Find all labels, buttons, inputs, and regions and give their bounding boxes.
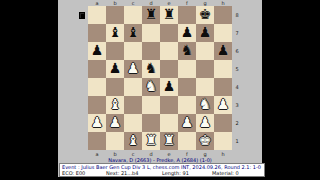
piece-white-knight-g3: ♞ xyxy=(196,96,214,114)
square-d7[interactable] xyxy=(142,24,160,42)
rank-label-6: 6 xyxy=(234,42,240,60)
eco-field: ECO: E00 xyxy=(62,170,106,176)
square-b5[interactable]: ♟ xyxy=(106,60,124,78)
square-e1[interactable]: ♜ xyxy=(160,132,178,150)
square-h5[interactable] xyxy=(214,60,232,78)
square-e3[interactable] xyxy=(160,96,178,114)
square-h3[interactable]: ♟ xyxy=(214,96,232,114)
piece-white-pawn-h3: ♟ xyxy=(214,96,232,114)
square-a6[interactable]: ♟ xyxy=(88,42,106,60)
piece-black-knight-f6: ♞ xyxy=(178,42,196,60)
piece-white-pawn-a2: ♟ xyxy=(88,114,106,132)
square-h8[interactable] xyxy=(214,6,232,24)
square-e2[interactable] xyxy=(160,114,178,132)
square-d4[interactable]: ♞ xyxy=(142,78,160,96)
square-c3[interactable] xyxy=(124,96,142,114)
square-b1[interactable] xyxy=(106,132,124,150)
square-f8[interactable] xyxy=(178,6,196,24)
square-g7[interactable]: ♟ xyxy=(196,24,214,42)
chess-board: ♜♜♚♝♝♟♟♟♞♟♟♟♞♞♟♝♞♟♟♟♟♟♝♜♜♚ xyxy=(88,6,232,150)
square-f4[interactable] xyxy=(178,78,196,96)
piece-black-pawn-g7: ♟ xyxy=(196,24,214,42)
square-a1[interactable] xyxy=(88,132,106,150)
square-g5[interactable] xyxy=(196,60,214,78)
piece-black-pawn-e4: ♟ xyxy=(160,78,178,96)
square-d3[interactable] xyxy=(142,96,160,114)
square-d6[interactable] xyxy=(142,42,160,60)
square-c6[interactable] xyxy=(124,42,142,60)
piece-white-rook-d1: ♜ xyxy=(142,132,160,150)
rank-label-7: 7 xyxy=(234,24,240,42)
square-e7[interactable] xyxy=(160,24,178,42)
square-e8[interactable]: ♜ xyxy=(160,6,178,24)
square-b8[interactable] xyxy=(106,6,124,24)
square-g2[interactable]: ♟ xyxy=(196,114,214,132)
square-c4[interactable] xyxy=(124,78,142,96)
piece-white-bishop-c1: ♝ xyxy=(124,132,142,150)
piece-white-rook-e1: ♜ xyxy=(160,132,178,150)
rank-label-3: 3 xyxy=(234,96,240,114)
square-b4[interactable] xyxy=(106,78,124,96)
square-c1[interactable]: ♝ xyxy=(124,132,142,150)
square-e5[interactable] xyxy=(160,60,178,78)
square-h7[interactable] xyxy=(214,24,232,42)
video-frame: abcdefgh ♜♜♚♝♝♟♟♟♞♟♟♟♞♞♟♝♞♟♟♟♟♟♝♜♜♚ 8765… xyxy=(0,0,320,180)
piece-black-rook-d8: ♜ xyxy=(142,6,160,24)
square-b3[interactable]: ♝ xyxy=(106,96,124,114)
square-g3[interactable]: ♞ xyxy=(196,96,214,114)
piece-white-bishop-b3: ♝ xyxy=(106,96,124,114)
square-c8[interactable] xyxy=(124,6,142,24)
square-d8[interactable]: ♜ xyxy=(142,6,160,24)
piece-black-rook-e8: ♜ xyxy=(160,6,178,24)
rank-label-2: 2 xyxy=(234,114,240,132)
square-g6[interactable] xyxy=(196,42,214,60)
piece-black-pawn-a6: ♟ xyxy=(88,42,106,60)
square-h4[interactable] xyxy=(214,78,232,96)
square-c5[interactable]: ♟ xyxy=(124,60,142,78)
piece-black-pawn-h6: ♟ xyxy=(214,42,232,60)
square-c2[interactable] xyxy=(124,114,142,132)
rank-labels-right: 87654321 xyxy=(234,6,240,150)
square-h6[interactable]: ♟ xyxy=(214,42,232,60)
square-h1[interactable] xyxy=(214,132,232,150)
square-d2[interactable] xyxy=(142,114,160,132)
square-f5[interactable] xyxy=(178,60,196,78)
square-c7[interactable]: ♝ xyxy=(124,24,142,42)
rank-label-8: 8 xyxy=(234,6,240,24)
square-b7[interactable]: ♝ xyxy=(106,24,124,42)
stats-caption: ECO: E00 Next: 21...b4 Length: 91 Materi… xyxy=(62,170,262,176)
material-field: Material: 0 xyxy=(212,170,262,176)
piece-white-pawn-f2: ♟ xyxy=(178,114,196,132)
square-h2[interactable] xyxy=(214,114,232,132)
square-g8[interactable]: ♚ xyxy=(196,6,214,24)
square-d5[interactable]: ♞ xyxy=(142,60,160,78)
length-field: Length: 91 xyxy=(162,170,212,176)
piece-black-knight-d5: ♞ xyxy=(142,60,160,78)
piece-white-pawn-b2: ♟ xyxy=(106,114,124,132)
square-g1[interactable]: ♚ xyxy=(196,132,214,150)
square-a4[interactable] xyxy=(88,78,106,96)
square-f7[interactable]: ♟ xyxy=(178,24,196,42)
square-e4[interactable]: ♟ xyxy=(160,78,178,96)
square-e6[interactable] xyxy=(160,42,178,60)
square-b6[interactable] xyxy=(106,42,124,60)
square-f1[interactable] xyxy=(178,132,196,150)
rank-label-5: 5 xyxy=(234,60,240,78)
piece-black-pawn-f7: ♟ xyxy=(178,24,196,42)
square-a7[interactable] xyxy=(88,24,106,42)
piece-black-pawn-b5: ♟ xyxy=(106,60,124,78)
square-f2[interactable]: ♟ xyxy=(178,114,196,132)
piece-white-pawn-g2: ♟ xyxy=(196,114,214,132)
square-a2[interactable]: ♟ xyxy=(88,114,106,132)
side-to-move-indicator xyxy=(79,12,85,19)
square-d1[interactable]: ♜ xyxy=(142,132,160,150)
square-g4[interactable] xyxy=(196,78,214,96)
piece-white-knight-d4: ♞ xyxy=(142,78,160,96)
piece-black-king-g8: ♚ xyxy=(196,6,214,24)
square-a3[interactable] xyxy=(88,96,106,114)
square-f6[interactable]: ♞ xyxy=(178,42,196,60)
rank-label-1: 1 xyxy=(234,132,240,150)
square-b2[interactable]: ♟ xyxy=(106,114,124,132)
game-info-box: Event : Julius Baer Gen Cup Div 3 L, che… xyxy=(59,163,265,177)
piece-white-king-g1: ♚ xyxy=(196,132,214,150)
piece-white-pawn-c5: ♟ xyxy=(124,60,142,78)
piece-black-bishop-b7: ♝ xyxy=(106,24,124,42)
square-f3[interactable] xyxy=(178,96,196,114)
square-a5[interactable] xyxy=(88,60,106,78)
rank-label-4: 4 xyxy=(234,78,240,96)
chess-app-panel: abcdefgh ♜♜♚♝♝♟♟♟♞♟♟♟♞♞♟♝♞♟♟♟♟♟♝♜♜♚ 8765… xyxy=(58,0,262,177)
next-move-field: Next: 21...b4 xyxy=(106,170,162,176)
square-a8[interactable] xyxy=(88,6,106,24)
piece-black-bishop-c7: ♝ xyxy=(124,24,142,42)
